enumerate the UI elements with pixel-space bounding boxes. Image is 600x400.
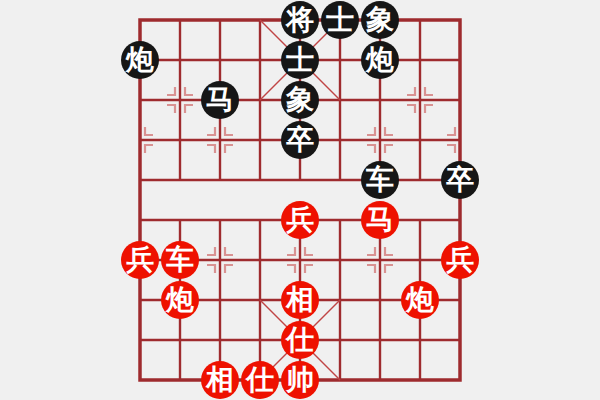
piece-red-advisor[interactable]: 仕 — [281, 321, 319, 359]
piece-red-general[interactable]: 帅 — [281, 361, 319, 399]
piece-black-elephant[interactable]: 象 — [361, 1, 399, 39]
piece-red-cannon[interactable]: 炮 — [401, 281, 439, 319]
piece-red-pawn[interactable]: 兵 — [121, 241, 159, 279]
piece-black-elephant[interactable]: 象 — [281, 81, 319, 119]
piece-black-pawn[interactable]: 卒 — [441, 161, 479, 199]
piece-red-advisor[interactable]: 仕 — [241, 361, 279, 399]
piece-red-elephant[interactable]: 相 — [281, 281, 319, 319]
piece-red-pawn[interactable]: 兵 — [281, 201, 319, 239]
piece-red-horse[interactable]: 马 — [361, 201, 399, 239]
piece-red-chariot[interactable]: 车 — [161, 241, 199, 279]
piece-black-cannon[interactable]: 炮 — [121, 41, 159, 79]
piece-black-general[interactable]: 将 — [281, 1, 319, 39]
piece-black-horse[interactable]: 马 — [201, 81, 239, 119]
piece-black-pawn[interactable]: 卒 — [281, 121, 319, 159]
piece-black-advisor[interactable]: 士 — [321, 1, 359, 39]
xiangqi-app: 将士象炮士炮马象卒车卒兵马兵车兵炮相炮仕相仕帅 — [0, 0, 600, 400]
piece-black-advisor[interactable]: 士 — [281, 41, 319, 79]
pieces-grid: 将士象炮士炮马象卒车卒兵马兵车兵炮相炮仕相仕帅 — [120, 0, 480, 400]
piece-black-chariot[interactable]: 车 — [361, 161, 399, 199]
piece-red-cannon[interactable]: 炮 — [161, 281, 199, 319]
piece-black-cannon[interactable]: 炮 — [361, 41, 399, 79]
piece-red-elephant[interactable]: 相 — [201, 361, 239, 399]
piece-red-pawn[interactable]: 兵 — [441, 241, 479, 279]
xiangqi-board: 将士象炮士炮马象卒车卒兵马兵车兵炮相炮仕相仕帅 — [120, 0, 480, 400]
